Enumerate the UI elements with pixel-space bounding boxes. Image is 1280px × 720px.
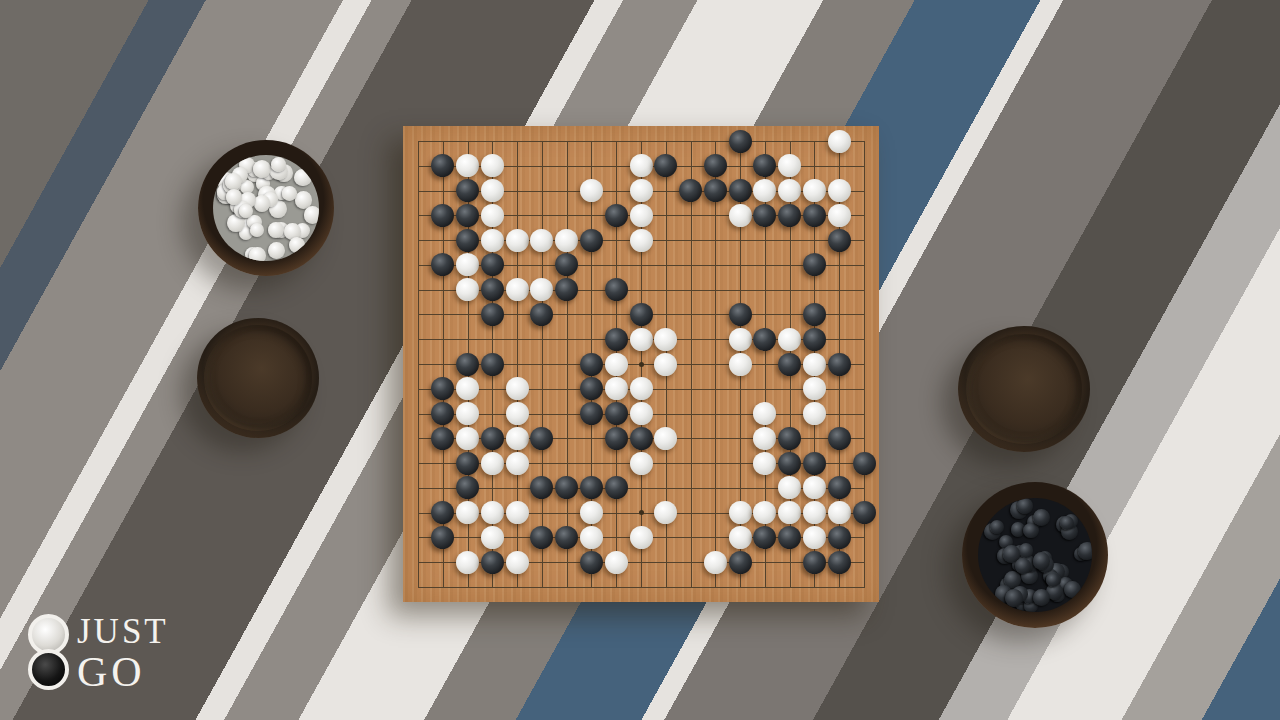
black-stone — [456, 452, 479, 475]
black-tray-stone — [1064, 581, 1081, 598]
black-stone — [481, 551, 504, 574]
white-stone — [630, 204, 653, 227]
black-stone — [555, 476, 578, 499]
black-stone — [778, 452, 801, 475]
black-stone — [555, 526, 578, 549]
white-stone — [630, 154, 653, 177]
white-stone — [605, 353, 628, 376]
white-stone — [530, 278, 553, 301]
black-stone — [580, 377, 603, 400]
white-stone — [654, 353, 677, 376]
black-stone — [431, 501, 454, 524]
black-stone — [580, 229, 603, 252]
logo-line-go: GO — [77, 651, 169, 693]
white-stone — [506, 427, 529, 450]
white-tray-stone — [253, 160, 271, 178]
black-stone — [753, 526, 776, 549]
black-stone — [704, 179, 727, 202]
board-grid-vline — [691, 141, 692, 588]
white-stone — [580, 526, 603, 549]
black-stone — [630, 303, 653, 326]
black-stone — [431, 402, 454, 425]
white-tray-stone — [254, 195, 270, 211]
black-stone — [481, 427, 504, 450]
black-stone — [803, 328, 826, 351]
black-stone — [828, 353, 851, 376]
white-stone — [828, 179, 851, 202]
black-stone — [729, 179, 752, 202]
black-stone — [853, 452, 876, 475]
white-tray-stone — [289, 237, 305, 253]
black-stone — [530, 476, 553, 499]
white-stone — [778, 476, 801, 499]
black-stone — [605, 204, 628, 227]
just-go-logo: JUST GO — [28, 614, 169, 693]
white-tray-stone — [268, 242, 285, 259]
white-stone — [506, 377, 529, 400]
black-stone — [778, 204, 801, 227]
black-tray-stone — [1078, 542, 1092, 560]
black-stone — [456, 179, 479, 202]
white-stone — [506, 452, 529, 475]
black-stone — [555, 278, 578, 301]
white-stone — [481, 154, 504, 177]
white-stone — [456, 253, 479, 276]
white-stone — [654, 328, 677, 351]
black-stone — [630, 427, 653, 450]
white-tray-stone — [268, 222, 284, 238]
white-stone — [580, 179, 603, 202]
black-tray-stone — [1019, 543, 1033, 557]
white-stone — [456, 154, 479, 177]
black-tray-stone — [1033, 509, 1050, 526]
black-tray-stone — [1033, 552, 1050, 569]
star-point — [639, 362, 644, 367]
black-stone — [431, 427, 454, 450]
white-stone — [729, 353, 752, 376]
black-stone — [605, 328, 628, 351]
black-stone — [828, 526, 851, 549]
black-stone — [580, 353, 603, 376]
white-stone — [778, 179, 801, 202]
black-stone — [580, 551, 603, 574]
black-stone — [456, 204, 479, 227]
white-stone — [778, 154, 801, 177]
black-stone — [729, 303, 752, 326]
black-stone — [530, 303, 553, 326]
white-tray-stone — [239, 204, 253, 218]
black-stone — [803, 452, 826, 475]
black-tray-stone — [1017, 498, 1033, 514]
black-tray-stone — [990, 520, 1004, 534]
white-tray-stone — [304, 206, 319, 223]
black-tray-stone — [1023, 523, 1038, 538]
black-stone — [853, 501, 876, 524]
white-stone — [506, 229, 529, 252]
logo-line-just: JUST — [77, 614, 169, 649]
black-stone — [729, 551, 752, 574]
white-stone — [778, 501, 801, 524]
white-stone — [605, 551, 628, 574]
white-stone — [481, 229, 504, 252]
black-stone — [828, 476, 851, 499]
white-stone — [456, 427, 479, 450]
white-tray-stone — [282, 186, 297, 201]
white-stone — [630, 402, 653, 425]
black-stone — [828, 427, 851, 450]
white-stone — [506, 551, 529, 574]
logo-text: JUST GO — [77, 614, 169, 693]
white-stone-tray — [213, 155, 319, 261]
black-stone — [828, 229, 851, 252]
black-stone — [803, 253, 826, 276]
white-stone — [456, 402, 479, 425]
white-stone — [753, 452, 776, 475]
black-stone — [431, 154, 454, 177]
black-stone — [605, 476, 628, 499]
white-stone — [753, 179, 776, 202]
white-stone — [456, 551, 479, 574]
white-stone — [803, 179, 826, 202]
black-stone — [803, 303, 826, 326]
white-stone — [828, 204, 851, 227]
white-stone — [630, 452, 653, 475]
white-stone — [654, 501, 677, 524]
logo-black-stone-icon — [28, 649, 69, 690]
white-stone — [803, 402, 826, 425]
white-tray-stone — [226, 189, 242, 205]
white-tray-stone — [249, 247, 266, 261]
black-tray-stone — [1005, 589, 1023, 607]
black-stone — [431, 377, 454, 400]
black-stone — [555, 253, 578, 276]
black-stone — [654, 154, 677, 177]
right-bowl-lid — [958, 326, 1090, 452]
white-stone — [803, 476, 826, 499]
white-stone — [555, 229, 578, 252]
white-stone — [803, 377, 826, 400]
black-stone-bowl — [962, 482, 1108, 628]
white-stone — [481, 526, 504, 549]
black-stone — [456, 229, 479, 252]
white-stone — [456, 377, 479, 400]
white-stone — [481, 501, 504, 524]
black-stone — [803, 551, 826, 574]
black-stone — [679, 179, 702, 202]
white-stone — [729, 328, 752, 351]
black-tray-stone — [1033, 589, 1050, 606]
white-tray-stone — [294, 169, 311, 186]
black-stone — [605, 402, 628, 425]
white-stone — [630, 377, 653, 400]
white-tray-stone — [250, 223, 264, 237]
white-stone — [729, 204, 752, 227]
black-stone — [778, 353, 801, 376]
black-stone — [704, 154, 727, 177]
black-stone — [431, 526, 454, 549]
white-stone-bowl — [198, 140, 334, 276]
white-stone — [729, 501, 752, 524]
white-stone — [729, 526, 752, 549]
black-stone — [580, 476, 603, 499]
white-stone — [828, 501, 851, 524]
white-stone — [506, 501, 529, 524]
black-stone — [431, 253, 454, 276]
black-stone — [530, 526, 553, 549]
board-grid-hline — [418, 587, 865, 588]
black-stone — [481, 353, 504, 376]
black-stone — [580, 402, 603, 425]
black-stone — [481, 278, 504, 301]
white-stone — [580, 501, 603, 524]
black-stone — [753, 204, 776, 227]
white-stone — [630, 229, 653, 252]
white-stone — [803, 501, 826, 524]
black-stone — [481, 253, 504, 276]
white-stone — [481, 452, 504, 475]
black-stone — [753, 328, 776, 351]
white-stone — [630, 526, 653, 549]
white-stone — [654, 427, 677, 450]
white-stone — [778, 328, 801, 351]
white-stone — [828, 130, 851, 153]
black-stone — [778, 427, 801, 450]
white-stone — [506, 278, 529, 301]
white-stone — [704, 551, 727, 574]
logo-stones — [28, 614, 69, 690]
white-stone — [506, 402, 529, 425]
star-point — [639, 510, 644, 515]
board-grid-vline — [715, 141, 716, 588]
black-stone — [753, 154, 776, 177]
go-board[interactable] — [403, 126, 879, 602]
white-stone — [481, 204, 504, 227]
white-stone — [481, 179, 504, 202]
black-stone — [803, 204, 826, 227]
black-stone — [729, 130, 752, 153]
white-stone — [753, 402, 776, 425]
black-stone-tray — [978, 498, 1092, 612]
table-background: JUST GO — [0, 0, 1280, 720]
black-stone — [605, 427, 628, 450]
white-stone — [753, 501, 776, 524]
black-stone — [431, 204, 454, 227]
black-stone — [605, 278, 628, 301]
white-stone — [456, 501, 479, 524]
white-stone — [630, 328, 653, 351]
white-stone — [803, 526, 826, 549]
black-stone — [778, 526, 801, 549]
white-stone — [456, 278, 479, 301]
black-stone — [828, 551, 851, 574]
white-stone — [530, 229, 553, 252]
left-bowl-lid — [197, 318, 319, 438]
black-stone — [481, 303, 504, 326]
black-stone — [530, 427, 553, 450]
white-stone — [605, 377, 628, 400]
white-stone — [630, 179, 653, 202]
white-stone — [803, 353, 826, 376]
black-stone — [456, 476, 479, 499]
white-stone — [753, 427, 776, 450]
black-stone — [456, 353, 479, 376]
